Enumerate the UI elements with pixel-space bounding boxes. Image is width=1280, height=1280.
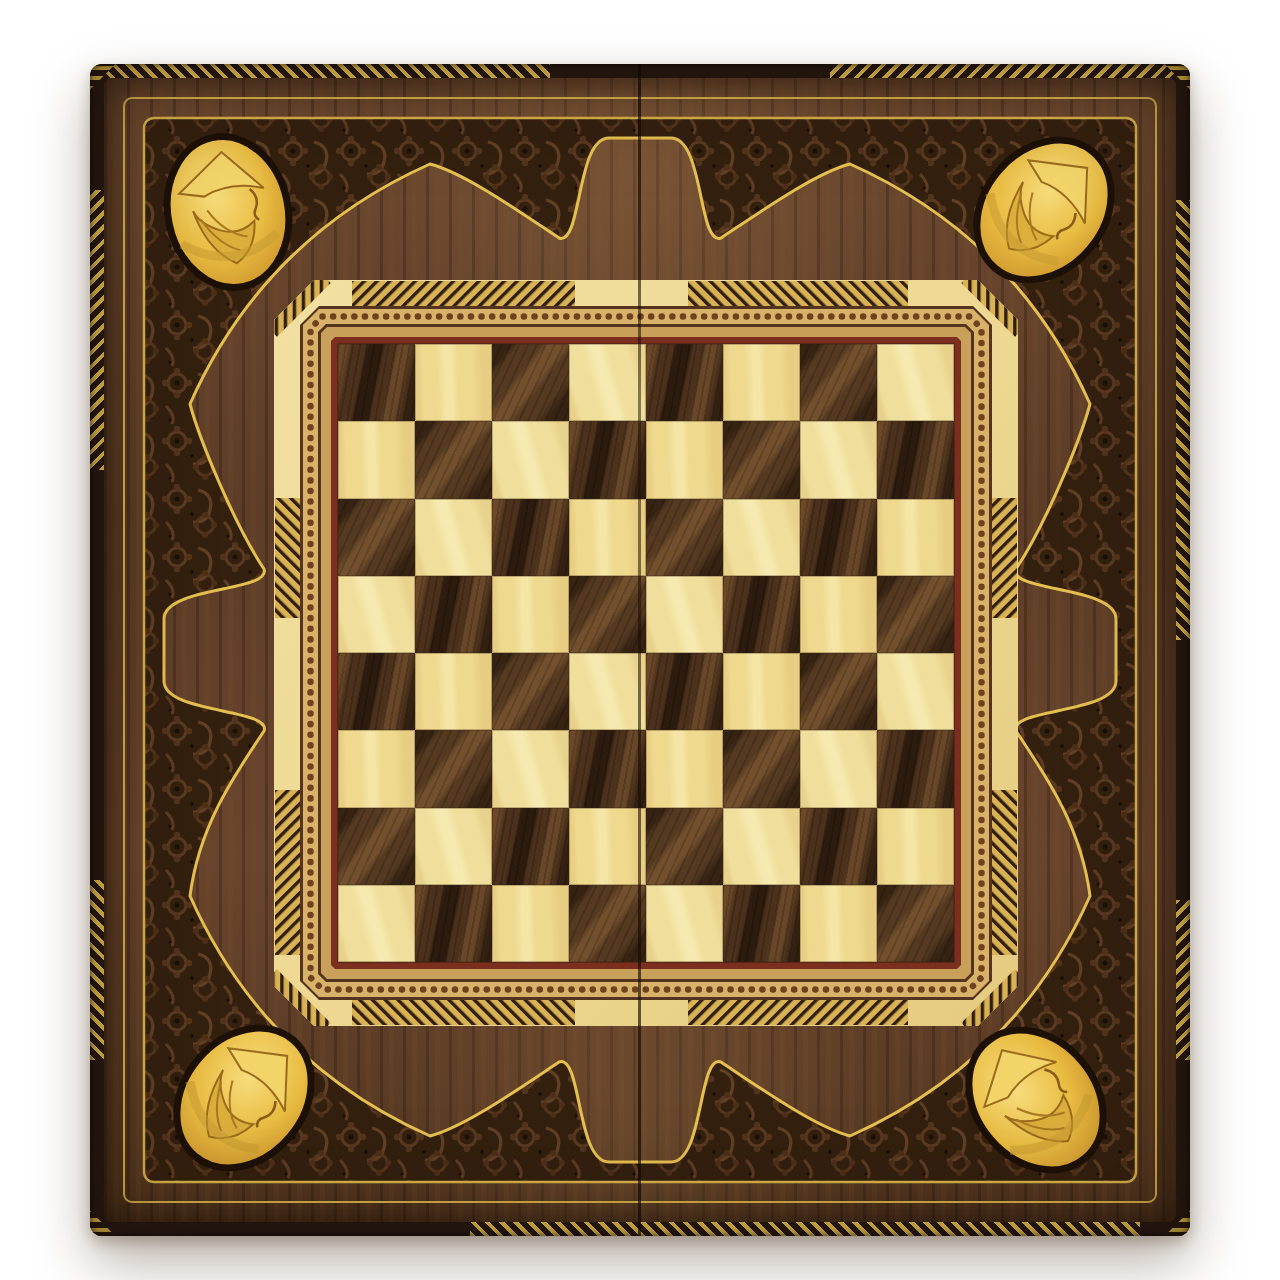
- square-c8[interactable]: [492, 344, 569, 421]
- square-d5[interactable]: [569, 576, 646, 653]
- square-f3[interactable]: [723, 730, 800, 807]
- square-e3[interactable]: [646, 730, 723, 807]
- square-d2[interactable]: [569, 808, 646, 885]
- rim-hatch-ribbon: [90, 880, 104, 1060]
- square-d7[interactable]: [569, 421, 646, 498]
- square-g7[interactable]: [800, 421, 877, 498]
- square-g5[interactable]: [800, 576, 877, 653]
- square-g3[interactable]: [800, 730, 877, 807]
- photo-background: [0, 0, 1280, 1280]
- rim-hatch-ribbon: [1176, 200, 1190, 640]
- square-h7[interactable]: [877, 421, 954, 498]
- square-c1[interactable]: [492, 885, 569, 962]
- square-a5[interactable]: [338, 576, 415, 653]
- square-a3[interactable]: [338, 730, 415, 807]
- square-h2[interactable]: [877, 808, 954, 885]
- square-b1[interactable]: [415, 885, 492, 962]
- rim-hatch-ribbon: [96, 64, 550, 78]
- square-d6[interactable]: [569, 499, 646, 576]
- square-h4[interactable]: [877, 653, 954, 730]
- square-c7[interactable]: [492, 421, 569, 498]
- square-a8[interactable]: [338, 344, 415, 421]
- square-a4[interactable]: [338, 653, 415, 730]
- square-c6[interactable]: [492, 499, 569, 576]
- chess-field-grid[interactable]: [338, 344, 954, 962]
- square-h1[interactable]: [877, 885, 954, 962]
- square-g8[interactable]: [800, 344, 877, 421]
- square-b3[interactable]: [415, 730, 492, 807]
- square-f5[interactable]: [723, 576, 800, 653]
- square-f4[interactable]: [723, 653, 800, 730]
- square-d3[interactable]: [569, 730, 646, 807]
- square-f8[interactable]: [723, 344, 800, 421]
- square-e1[interactable]: [646, 885, 723, 962]
- square-d8[interactable]: [569, 344, 646, 421]
- square-a1[interactable]: [338, 885, 415, 962]
- square-b5[interactable]: [415, 576, 492, 653]
- square-e8[interactable]: [646, 344, 723, 421]
- square-e7[interactable]: [646, 421, 723, 498]
- square-f2[interactable]: [723, 808, 800, 885]
- square-a2[interactable]: [338, 808, 415, 885]
- square-g1[interactable]: [800, 885, 877, 962]
- square-g2[interactable]: [800, 808, 877, 885]
- fold-seam: [638, 64, 641, 1236]
- square-c2[interactable]: [492, 808, 569, 885]
- square-b2[interactable]: [415, 808, 492, 885]
- square-a7[interactable]: [338, 421, 415, 498]
- square-f6[interactable]: [723, 499, 800, 576]
- chess-board: [90, 64, 1190, 1236]
- square-h8[interactable]: [877, 344, 954, 421]
- square-h3[interactable]: [877, 730, 954, 807]
- square-b4[interactable]: [415, 653, 492, 730]
- square-g6[interactable]: [800, 499, 877, 576]
- square-e4[interactable]: [646, 653, 723, 730]
- square-d4[interactable]: [569, 653, 646, 730]
- square-b8[interactable]: [415, 344, 492, 421]
- rim-hatch-ribbon: [830, 64, 1184, 78]
- square-e6[interactable]: [646, 499, 723, 576]
- square-e2[interactable]: [646, 808, 723, 885]
- square-g4[interactable]: [800, 653, 877, 730]
- rim-hatch-ribbon: [1176, 900, 1190, 1060]
- square-e5[interactable]: [646, 576, 723, 653]
- square-c4[interactable]: [492, 653, 569, 730]
- square-a6[interactable]: [338, 499, 415, 576]
- square-f7[interactable]: [723, 421, 800, 498]
- square-c3[interactable]: [492, 730, 569, 807]
- square-f1[interactable]: [723, 885, 800, 962]
- square-h5[interactable]: [877, 576, 954, 653]
- square-d1[interactable]: [569, 885, 646, 962]
- square-b7[interactable]: [415, 421, 492, 498]
- square-b6[interactable]: [415, 499, 492, 576]
- rim-hatch-ribbon: [470, 1222, 1140, 1236]
- square-h6[interactable]: [877, 499, 954, 576]
- rim-hatch-ribbon: [90, 190, 104, 470]
- square-c5[interactable]: [492, 576, 569, 653]
